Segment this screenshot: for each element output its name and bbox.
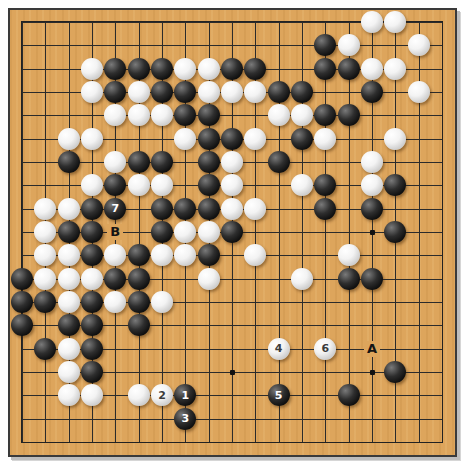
stone-black [384,361,406,383]
stone-white [81,174,103,196]
stone-white-move-2: 2 [151,384,173,406]
stone-black [81,338,103,360]
board-grid: 7462153AB [21,21,443,443]
stone-black [198,151,220,173]
stone-white [81,58,103,80]
stone-black [151,58,173,80]
stone-white [104,151,126,173]
stone-black [34,338,56,360]
point-label-B: B [107,224,123,240]
star-point [370,230,375,235]
stone-white [221,174,243,196]
stone-black [174,198,196,220]
stone-black [384,221,406,243]
stone-white [174,221,196,243]
stone-white [221,81,243,103]
stone-white [174,244,196,266]
stone-white [198,81,220,103]
stone-black [314,34,336,56]
stone-white [128,104,150,126]
stone-black [104,81,126,103]
stone-black [128,58,150,80]
stone-white [198,58,220,80]
stone-black [361,81,383,103]
stone-black [338,104,360,126]
stone-black [174,81,196,103]
point-label-A: A [364,341,380,357]
stone-white [361,151,383,173]
move-number: 6 [322,343,330,354]
stone-white [244,244,266,266]
star-point [370,370,375,375]
stone-black [81,198,103,220]
stone-black [81,291,103,313]
stone-black [198,128,220,150]
stone-white [58,384,80,406]
stone-white [151,174,173,196]
stone-black [361,198,383,220]
stone-black [128,314,150,336]
stone-white [151,291,173,313]
stone-white-move-4: 4 [268,338,290,360]
stone-white [34,221,56,243]
stone-black [198,174,220,196]
stone-black [58,151,80,173]
stone-black [174,104,196,126]
stone-black [34,291,56,313]
stone-black [81,314,103,336]
stone-white [221,151,243,173]
stone-white [104,291,126,313]
stone-black [244,58,266,80]
stone-white [291,174,313,196]
stone-white [244,81,266,103]
go-diagram: 7462153AB [0,0,465,465]
stone-white [81,268,103,290]
stone-white [221,198,243,220]
stone-white [58,361,80,383]
stone-black [151,221,173,243]
move-number: 3 [182,413,190,424]
stone-black [11,291,33,313]
move-number: 5 [275,390,283,401]
stone-black [338,58,360,80]
stone-black [291,81,313,103]
stone-white-move-6: 6 [314,338,336,360]
stone-white [361,11,383,33]
stone-white [361,174,383,196]
stone-white [58,128,80,150]
stone-black [81,361,103,383]
stone-white [244,198,266,220]
stone-black [11,314,33,336]
stone-black [291,128,313,150]
stone-black [314,58,336,80]
stone-black [128,151,150,173]
stone-black [58,314,80,336]
stone-black [81,221,103,243]
stone-white [174,128,196,150]
stone-black [104,174,126,196]
stone-black [151,81,173,103]
stone-white [198,268,220,290]
stone-black [198,104,220,126]
stone-white [58,198,80,220]
stone-black [314,198,336,220]
stone-black [198,244,220,266]
stone-black [221,221,243,243]
stone-white [104,244,126,266]
stone-white [81,81,103,103]
stone-white [34,268,56,290]
stone-black [198,198,220,220]
stone-black [221,58,243,80]
stone-white [151,104,173,126]
stone-black [314,174,336,196]
stone-black [314,104,336,126]
stone-white [198,221,220,243]
stone-black [128,268,150,290]
stone-black [104,268,126,290]
stone-black-move-1: 1 [174,384,196,406]
stone-white [34,198,56,220]
stone-white [384,58,406,80]
stone-white [408,81,430,103]
stone-white [58,291,80,313]
move-number: 7 [112,203,120,214]
stone-white [128,174,150,196]
stone-black [58,221,80,243]
star-point [230,370,235,375]
stone-white [384,128,406,150]
stone-black [361,268,383,290]
stone-black [221,128,243,150]
stone-white [361,58,383,80]
go-board[interactable]: 7462153AB [8,8,457,457]
stone-black [151,198,173,220]
stone-white [128,81,150,103]
stone-black [128,291,150,313]
stone-white [384,11,406,33]
stone-white [34,244,56,266]
move-number: 1 [182,390,190,401]
stone-black-move-5: 5 [268,384,290,406]
stone-white [81,128,103,150]
stone-white [151,244,173,266]
stone-white [338,34,360,56]
stone-white [291,268,313,290]
stone-black [268,81,290,103]
stone-white [408,34,430,56]
stone-white [104,104,126,126]
stone-black-move-3: 3 [174,408,196,430]
stone-white [268,104,290,126]
stone-white [314,128,336,150]
stone-white [58,268,80,290]
stone-white [128,384,150,406]
stone-white [244,128,266,150]
stone-white [291,104,313,126]
stone-black [384,174,406,196]
stone-white [58,338,80,360]
move-number: 4 [275,343,283,354]
stone-white [338,244,360,266]
move-number: 2 [158,390,166,401]
stone-white [81,384,103,406]
stone-black-move-7: 7 [104,198,126,220]
stone-black [151,151,173,173]
stone-black [128,244,150,266]
stone-black [81,244,103,266]
stone-white [58,244,80,266]
stone-black [104,58,126,80]
stone-white [174,58,196,80]
stone-black [338,384,360,406]
stone-black [338,268,360,290]
stone-black [268,151,290,173]
stone-black [11,268,33,290]
